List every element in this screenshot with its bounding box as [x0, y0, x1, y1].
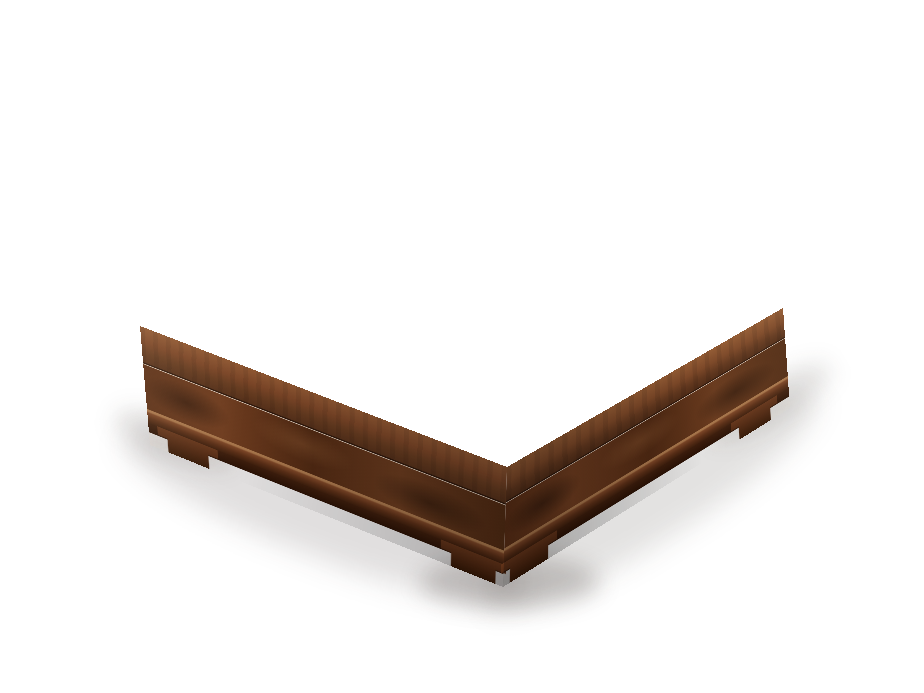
box-side-left — [140, 326, 507, 587]
box-side-right — [503, 308, 790, 587]
photo-stage — [0, 0, 924, 693]
